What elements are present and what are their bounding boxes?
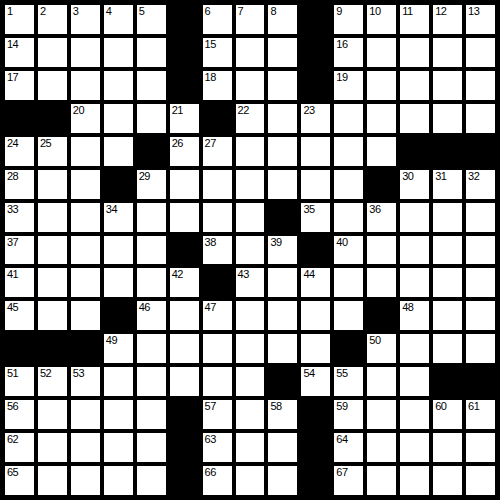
cell-r1c14[interactable]: 12	[433, 5, 462, 34]
clue-number-15: 15	[205, 38, 216, 50]
cell-r2c11[interactable]: 16	[334, 38, 363, 67]
cell-r2c2[interactable]	[38, 38, 67, 67]
cell-r9c1[interactable]: 41	[5, 268, 34, 297]
cell-r4c4[interactable]	[104, 104, 133, 133]
cell-r10c8[interactable]	[236, 301, 265, 330]
cell-r7c12[interactable]: 36	[367, 203, 396, 232]
cell-r6c3[interactable]	[71, 170, 100, 199]
cell-r3c11[interactable]: 19	[334, 71, 363, 100]
cell-r14c9[interactable]	[268, 433, 297, 462]
cell-r3c15[interactable]	[466, 71, 495, 100]
cell-r3c13[interactable]	[400, 71, 429, 100]
cell-r10c13[interactable]: 48	[400, 301, 429, 330]
crossword-board: 1234567891011121314151617181920212223242…	[0, 0, 500, 500]
cell-r4c3[interactable]: 20	[71, 104, 100, 133]
clue-number-6: 6	[205, 5, 211, 17]
cell-r2c3[interactable]	[71, 38, 100, 67]
cell-r4c11[interactable]	[334, 104, 363, 133]
cell-r13c15[interactable]: 61	[466, 400, 495, 429]
cell-r10c15[interactable]	[466, 301, 495, 330]
clue-number-29: 29	[139, 170, 150, 182]
cell-r15c7[interactable]: 66	[203, 466, 232, 495]
clue-number-42: 42	[172, 268, 183, 280]
cell-r6c2[interactable]	[38, 170, 67, 199]
cell-r14c8[interactable]	[236, 433, 265, 462]
clue-number-50: 50	[369, 334, 380, 346]
cell-r8c15[interactable]	[466, 236, 495, 265]
cell-r15c14[interactable]	[433, 466, 462, 495]
cell-r1c2[interactable]: 2	[38, 5, 67, 34]
cell-r13c12[interactable]	[367, 400, 396, 429]
clue-number-19: 19	[336, 71, 347, 83]
block-cell-r11c2	[38, 334, 67, 363]
block-cell-r8c6	[170, 236, 199, 265]
cell-r1c9[interactable]: 8	[268, 5, 297, 34]
cell-r11c15[interactable]	[466, 334, 495, 363]
cell-r7c13[interactable]	[400, 203, 429, 232]
block-cell-r5c13	[400, 137, 429, 166]
cell-r13c8[interactable]	[236, 400, 265, 429]
block-cell-r11c1	[5, 334, 34, 363]
cell-r13c9[interactable]: 58	[268, 400, 297, 429]
cell-r13c3[interactable]	[71, 400, 100, 429]
clue-number-51: 51	[7, 367, 18, 379]
cell-r15c11[interactable]: 67	[334, 466, 363, 495]
cell-r1c1[interactable]: 1	[5, 5, 34, 34]
clue-number-61: 61	[468, 400, 479, 412]
cell-r15c13[interactable]	[400, 466, 429, 495]
cell-r2c1[interactable]: 14	[5, 38, 34, 67]
cell-r8c8[interactable]	[236, 236, 265, 265]
block-cell-r11c11	[334, 334, 363, 363]
cell-r1c12[interactable]: 10	[367, 5, 396, 34]
clue-number-46: 46	[139, 301, 150, 313]
cell-r7c1[interactable]: 33	[5, 203, 34, 232]
cell-r7c6[interactable]	[170, 203, 199, 232]
block-cell-r10c12	[367, 301, 396, 330]
cell-r9c11[interactable]	[334, 268, 363, 297]
cell-r7c14[interactable]	[433, 203, 462, 232]
block-cell-r1c10	[301, 5, 330, 34]
clue-number-31: 31	[435, 170, 446, 182]
cell-r1c11[interactable]: 9	[334, 5, 363, 34]
clue-number-67: 67	[336, 466, 347, 478]
clue-number-41: 41	[7, 268, 18, 280]
block-cell-r3c6	[170, 71, 199, 100]
cell-r8c13[interactable]	[400, 236, 429, 265]
block-cell-r6c12	[367, 170, 396, 199]
clue-number-5: 5	[139, 5, 145, 17]
cell-r9c13[interactable]	[400, 268, 429, 297]
cell-r13c7[interactable]: 57	[203, 400, 232, 429]
cell-r8c5[interactable]	[137, 236, 166, 265]
clue-number-45: 45	[7, 301, 18, 313]
cell-r11c12[interactable]: 50	[367, 334, 396, 363]
cell-r2c5[interactable]	[137, 38, 166, 67]
clue-number-64: 64	[336, 433, 347, 445]
cell-r6c10[interactable]	[301, 170, 330, 199]
cell-r15c3[interactable]	[71, 466, 100, 495]
cell-r1c7[interactable]: 6	[203, 5, 232, 34]
cell-r13c2[interactable]	[38, 400, 67, 429]
cell-r7c7[interactable]	[203, 203, 232, 232]
clue-number-56: 56	[7, 400, 18, 412]
cell-r15c12[interactable]	[367, 466, 396, 495]
cell-r13c14[interactable]: 60	[433, 400, 462, 429]
cell-r1c3[interactable]: 3	[71, 5, 100, 34]
cell-r10c10[interactable]	[301, 301, 330, 330]
cell-r5c2[interactable]: 25	[38, 137, 67, 166]
cell-r2c13[interactable]	[400, 38, 429, 67]
cell-r6c8[interactable]	[236, 170, 265, 199]
block-cell-r3c10	[301, 71, 330, 100]
cell-r6c6[interactable]	[170, 170, 199, 199]
cell-r4c14[interactable]	[433, 104, 462, 133]
cell-r9c8[interactable]: 43	[236, 268, 265, 297]
cell-r5c9[interactable]	[268, 137, 297, 166]
cell-r5c8[interactable]	[236, 137, 265, 166]
cell-r2c4[interactable]	[104, 38, 133, 67]
clue-number-30: 30	[402, 170, 413, 182]
cell-r11c7[interactable]	[203, 334, 232, 363]
cell-r4c10[interactable]: 23	[301, 104, 330, 133]
clue-number-48: 48	[402, 301, 413, 313]
cell-r10c7[interactable]: 47	[203, 301, 232, 330]
cell-r13c11[interactable]: 59	[334, 400, 363, 429]
clue-number-39: 39	[270, 236, 281, 248]
clue-number-32: 32	[468, 170, 479, 182]
clue-number-4: 4	[106, 5, 112, 17]
cell-r12c3[interactable]: 53	[71, 367, 100, 396]
block-cell-r8c10	[301, 236, 330, 265]
cell-r12c13[interactable]	[400, 367, 429, 396]
cell-r6c13[interactable]: 30	[400, 170, 429, 199]
cell-r4c15[interactable]	[466, 104, 495, 133]
cell-r9c14[interactable]	[433, 268, 462, 297]
cell-r13c1[interactable]: 56	[5, 400, 34, 429]
cell-r8c14[interactable]	[433, 236, 462, 265]
clue-number-43: 43	[238, 268, 249, 280]
cell-r14c1[interactable]: 62	[5, 433, 34, 462]
cell-r5c11[interactable]	[334, 137, 363, 166]
cell-r12c1[interactable]: 51	[5, 367, 34, 396]
clue-number-27: 27	[205, 137, 216, 149]
clue-number-38: 38	[205, 236, 216, 248]
cell-r9c15[interactable]	[466, 268, 495, 297]
cell-r3c1[interactable]: 17	[5, 71, 34, 100]
clue-number-66: 66	[205, 466, 216, 478]
block-cell-r11c3	[71, 334, 100, 363]
block-cell-r15c6	[170, 466, 199, 495]
cell-r11c14[interactable]	[433, 334, 462, 363]
cell-r15c4[interactable]	[104, 466, 133, 495]
cell-r9c6[interactable]: 42	[170, 268, 199, 297]
cell-r14c12[interactable]	[367, 433, 396, 462]
clue-number-57: 57	[205, 400, 216, 412]
clue-number-8: 8	[270, 5, 276, 17]
cell-r6c14[interactable]: 31	[433, 170, 462, 199]
cell-r3c8[interactable]	[236, 71, 265, 100]
block-cell-r7c9	[268, 203, 297, 232]
cell-r15c15[interactable]	[466, 466, 495, 495]
clue-number-7: 7	[238, 5, 244, 17]
cell-r14c5[interactable]	[137, 433, 166, 462]
cell-r4c6[interactable]: 21	[170, 104, 199, 133]
clue-number-47: 47	[205, 301, 216, 313]
clue-number-33: 33	[7, 203, 18, 215]
cell-r14c15[interactable]	[466, 433, 495, 462]
cell-r15c5[interactable]	[137, 466, 166, 495]
clue-number-55: 55	[336, 367, 347, 379]
clue-number-12: 12	[435, 5, 446, 17]
clue-number-37: 37	[7, 236, 18, 248]
clue-number-54: 54	[303, 367, 314, 379]
block-cell-r1c6	[170, 5, 199, 34]
cell-r6c7[interactable]	[203, 170, 232, 199]
cell-r8c11[interactable]: 40	[334, 236, 363, 265]
cell-r8c3[interactable]	[71, 236, 100, 265]
block-cell-r5c5	[137, 137, 166, 166]
clue-number-63: 63	[205, 433, 216, 445]
clue-number-34: 34	[106, 203, 117, 215]
clue-number-44: 44	[303, 268, 314, 280]
cell-r5c4[interactable]	[104, 137, 133, 166]
clue-number-23: 23	[303, 104, 314, 116]
block-cell-r12c15	[466, 367, 495, 396]
cell-r7c11[interactable]	[334, 203, 363, 232]
cell-r15c9[interactable]	[268, 466, 297, 495]
cell-r15c1[interactable]: 65	[5, 466, 34, 495]
cell-r9c9[interactable]	[268, 268, 297, 297]
cell-r10c1[interactable]: 45	[5, 301, 34, 330]
cell-r13c4[interactable]	[104, 400, 133, 429]
cell-r2c15[interactable]	[466, 38, 495, 67]
cell-r7c3[interactable]	[71, 203, 100, 232]
cell-r11c5[interactable]	[137, 334, 166, 363]
clue-number-3: 3	[73, 5, 79, 17]
cell-r9c3[interactable]	[71, 268, 100, 297]
clue-number-35: 35	[303, 203, 314, 215]
cell-r12c2[interactable]: 52	[38, 367, 67, 396]
cell-r12c4[interactable]	[104, 367, 133, 396]
cell-r3c4[interactable]	[104, 71, 133, 100]
block-cell-r9c7	[203, 268, 232, 297]
cell-r12c8[interactable]	[236, 367, 265, 396]
clue-number-53: 53	[73, 367, 84, 379]
clue-number-58: 58	[270, 400, 281, 412]
cell-r5c6[interactable]: 26	[170, 137, 199, 166]
cell-r2c8[interactable]	[236, 38, 265, 67]
cell-r15c2[interactable]	[38, 466, 67, 495]
cell-r7c8[interactable]	[236, 203, 265, 232]
cell-r1c15[interactable]: 13	[466, 5, 495, 34]
clue-number-24: 24	[7, 137, 18, 149]
cell-r7c2[interactable]	[38, 203, 67, 232]
clue-number-18: 18	[205, 71, 216, 83]
cell-r3c14[interactable]	[433, 71, 462, 100]
cell-r3c9[interactable]	[268, 71, 297, 100]
cell-r13c13[interactable]	[400, 400, 429, 429]
cell-r14c14[interactable]	[433, 433, 462, 462]
cell-r14c7[interactable]: 63	[203, 433, 232, 462]
block-cell-r13c10	[301, 400, 330, 429]
cell-r10c2[interactable]	[38, 301, 67, 330]
cell-r11c6[interactable]	[170, 334, 199, 363]
cell-r1c8[interactable]: 7	[236, 5, 265, 34]
cell-r10c3[interactable]	[71, 301, 100, 330]
clue-number-60: 60	[435, 400, 446, 412]
cell-r8c2[interactable]	[38, 236, 67, 265]
cell-r12c5[interactable]	[137, 367, 166, 396]
cell-r6c9[interactable]	[268, 170, 297, 199]
cell-r10c11[interactable]	[334, 301, 363, 330]
clue-number-11: 11	[402, 5, 412, 17]
clue-number-26: 26	[172, 137, 183, 149]
clue-number-17: 17	[7, 71, 18, 83]
cell-r12c7[interactable]	[203, 367, 232, 396]
block-cell-r15c10	[301, 466, 330, 495]
clue-number-28: 28	[7, 170, 18, 182]
cell-r10c5[interactable]: 46	[137, 301, 166, 330]
cell-r2c12[interactable]	[367, 38, 396, 67]
cell-r9c12[interactable]	[367, 268, 396, 297]
cell-r2c14[interactable]	[433, 38, 462, 67]
block-cell-r2c6	[170, 38, 199, 67]
clue-number-1: 1	[7, 5, 13, 17]
cell-r6c15[interactable]: 32	[466, 170, 495, 199]
cell-r4c13[interactable]	[400, 104, 429, 133]
cell-r6c5[interactable]: 29	[137, 170, 166, 199]
block-cell-r14c6	[170, 433, 199, 462]
cell-r14c4[interactable]	[104, 433, 133, 462]
cell-r12c6[interactable]	[170, 367, 199, 396]
cell-r7c15[interactable]	[466, 203, 495, 232]
block-cell-r6c4	[104, 170, 133, 199]
cell-r9c4[interactable]	[104, 268, 133, 297]
cell-r10c9[interactable]	[268, 301, 297, 330]
cell-r4c8[interactable]: 22	[236, 104, 265, 133]
cell-r5c1[interactable]: 24	[5, 137, 34, 166]
cell-r5c3[interactable]	[71, 137, 100, 166]
cell-r15c8[interactable]	[236, 466, 265, 495]
cell-r13c5[interactable]	[137, 400, 166, 429]
cell-r3c7[interactable]: 18	[203, 71, 232, 100]
cell-r3c3[interactable]	[71, 71, 100, 100]
cell-r5c12[interactable]	[367, 137, 396, 166]
block-cell-r2c10	[301, 38, 330, 67]
cell-r7c10[interactable]: 35	[301, 203, 330, 232]
cell-r11c10[interactable]	[301, 334, 330, 363]
block-cell-r12c9	[268, 367, 297, 396]
cell-r8c4[interactable]	[104, 236, 133, 265]
cell-r2c7[interactable]: 15	[203, 38, 232, 67]
clue-number-40: 40	[336, 236, 347, 248]
clue-number-20: 20	[73, 104, 84, 116]
cell-r10c14[interactable]	[433, 301, 462, 330]
cell-r14c11[interactable]: 64	[334, 433, 363, 462]
cell-r4c9[interactable]	[268, 104, 297, 133]
clue-number-13: 13	[468, 5, 479, 17]
cell-r8c7[interactable]: 38	[203, 236, 232, 265]
clue-number-65: 65	[7, 466, 18, 478]
cell-r8c9[interactable]: 39	[268, 236, 297, 265]
cell-r4c12[interactable]	[367, 104, 396, 133]
clue-number-25: 25	[40, 137, 51, 149]
cell-r7c4[interactable]: 34	[104, 203, 133, 232]
cell-r4c5[interactable]	[137, 104, 166, 133]
cell-r14c13[interactable]	[400, 433, 429, 462]
cell-r1c13[interactable]: 11	[400, 5, 429, 34]
cell-r10c6[interactable]	[170, 301, 199, 330]
cell-r9c2[interactable]	[38, 268, 67, 297]
cell-r5c7[interactable]: 27	[203, 137, 232, 166]
clue-number-9: 9	[336, 5, 342, 17]
clue-number-2: 2	[40, 5, 46, 17]
block-cell-r12c14	[433, 367, 462, 396]
clue-number-14: 14	[7, 38, 18, 50]
cell-r11c9[interactable]	[268, 334, 297, 363]
block-cell-r5c14	[433, 137, 462, 166]
cell-r12c12[interactable]	[367, 367, 396, 396]
clue-number-52: 52	[40, 367, 51, 379]
cell-r6c11[interactable]	[334, 170, 363, 199]
cell-r3c5[interactable]	[137, 71, 166, 100]
block-cell-r5c15	[466, 137, 495, 166]
clue-number-22: 22	[238, 104, 249, 116]
cell-r3c12[interactable]	[367, 71, 396, 100]
cell-r12c11[interactable]: 55	[334, 367, 363, 396]
cell-r5c10[interactable]	[301, 137, 330, 166]
clue-number-21: 21	[172, 104, 183, 116]
block-cell-r4c7	[203, 104, 232, 133]
block-cell-r4c1	[5, 104, 34, 133]
cell-r14c2[interactable]	[38, 433, 67, 462]
cell-r8c12[interactable]	[367, 236, 396, 265]
block-cell-r4c2	[38, 104, 67, 133]
block-cell-r13c6	[170, 400, 199, 429]
cell-r1c4[interactable]: 4	[104, 5, 133, 34]
cell-r9c10[interactable]: 44	[301, 268, 330, 297]
cell-r1c5[interactable]: 5	[137, 5, 166, 34]
clue-number-10: 10	[369, 5, 380, 17]
cell-r12c10[interactable]: 54	[301, 367, 330, 396]
clue-number-16: 16	[336, 38, 347, 50]
cell-r2c9[interactable]	[268, 38, 297, 67]
clue-number-49: 49	[106, 334, 117, 346]
cell-r8c1[interactable]: 37	[5, 236, 34, 265]
cell-r6c1[interactable]: 28	[5, 170, 34, 199]
clue-number-59: 59	[336, 400, 347, 412]
cell-r7c5[interactable]	[137, 203, 166, 232]
cell-r3c2[interactable]	[38, 71, 67, 100]
cell-r11c13[interactable]	[400, 334, 429, 363]
block-cell-r14c10	[301, 433, 330, 462]
clue-number-36: 36	[369, 203, 380, 215]
clue-number-62: 62	[7, 433, 18, 445]
cell-r14c3[interactable]	[71, 433, 100, 462]
cell-r11c8[interactable]	[236, 334, 265, 363]
cell-r9c5[interactable]	[137, 268, 166, 297]
block-cell-r10c4	[104, 301, 133, 330]
cell-r11c4[interactable]: 49	[104, 334, 133, 363]
